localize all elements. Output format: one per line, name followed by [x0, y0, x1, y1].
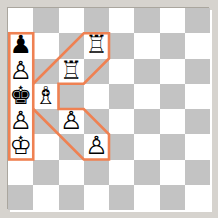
square-h5[interactable]: [185, 84, 210, 109]
square-h8[interactable]: [185, 8, 210, 33]
square-g5[interactable]: [160, 84, 185, 109]
square-c6[interactable]: ♖: [59, 59, 84, 84]
square-a2[interactable]: [8, 160, 33, 185]
square-a1[interactable]: [8, 185, 33, 210]
square-b4[interactable]: [33, 109, 58, 134]
square-g8[interactable]: [160, 8, 185, 33]
board-frame: ♟♖♙♖♚♗♙♙♔♙: [0, 0, 218, 218]
square-c1[interactable]: [59, 185, 84, 210]
square-f2[interactable]: [134, 160, 159, 185]
piece-white-king-a3[interactable]: ♔: [9, 134, 31, 158]
square-b8[interactable]: [33, 8, 58, 33]
square-a6[interactable]: ♙: [8, 59, 33, 84]
square-d3[interactable]: ♙: [84, 134, 109, 159]
square-c8[interactable]: [59, 8, 84, 33]
square-f1[interactable]: [134, 185, 159, 210]
square-a4[interactable]: ♙: [8, 109, 33, 134]
square-a8[interactable]: [8, 8, 33, 33]
square-h2[interactable]: [185, 160, 210, 185]
chess-board[interactable]: ♟♖♙♖♚♗♙♙♔♙: [8, 8, 210, 210]
square-e8[interactable]: [109, 8, 134, 33]
square-d5[interactable]: [84, 84, 109, 109]
square-d2[interactable]: [84, 160, 109, 185]
square-h1[interactable]: [185, 185, 210, 210]
piece-black-pawn-a7[interactable]: ♟: [9, 33, 31, 57]
square-c3[interactable]: [59, 134, 84, 159]
piece-white-rook-c6[interactable]: ♖: [60, 59, 82, 83]
square-e3[interactable]: [109, 134, 134, 159]
piece-white-pawn-a6[interactable]: ♙: [9, 59, 31, 83]
piece-white-pawn-c4[interactable]: ♙: [60, 109, 82, 133]
square-a3[interactable]: ♔: [8, 134, 33, 159]
square-f7[interactable]: [134, 33, 159, 58]
square-e7[interactable]: [109, 33, 134, 58]
square-f5[interactable]: [134, 84, 159, 109]
square-d6[interactable]: [84, 59, 109, 84]
square-d8[interactable]: [84, 8, 109, 33]
square-f8[interactable]: [134, 8, 159, 33]
square-b7[interactable]: [33, 33, 58, 58]
square-b3[interactable]: [33, 134, 58, 159]
square-c5[interactable]: [59, 84, 84, 109]
piece-white-pawn-d3[interactable]: ♙: [85, 134, 107, 158]
square-a5[interactable]: ♚: [8, 84, 33, 109]
square-c7[interactable]: [59, 33, 84, 58]
square-d4[interactable]: [84, 109, 109, 134]
square-a7[interactable]: ♟: [8, 33, 33, 58]
square-b1[interactable]: [33, 185, 58, 210]
square-e6[interactable]: [109, 59, 134, 84]
square-f4[interactable]: [134, 109, 159, 134]
square-g4[interactable]: [160, 109, 185, 134]
square-e5[interactable]: [109, 84, 134, 109]
piece-white-pawn-a4[interactable]: ♙: [9, 109, 31, 133]
square-g3[interactable]: [160, 134, 185, 159]
square-h7[interactable]: [185, 33, 210, 58]
square-f6[interactable]: [134, 59, 159, 84]
square-h6[interactable]: [185, 59, 210, 84]
square-h3[interactable]: [185, 134, 210, 159]
square-h4[interactable]: [185, 109, 210, 134]
board-area: ♟♖♙♖♚♗♙♙♔♙: [8, 8, 210, 210]
square-e2[interactable]: [109, 160, 134, 185]
square-e4[interactable]: [109, 109, 134, 134]
square-b6[interactable]: [33, 59, 58, 84]
piece-white-rook-d7[interactable]: ♖: [85, 33, 107, 57]
square-e1[interactable]: [109, 185, 134, 210]
square-c2[interactable]: [59, 160, 84, 185]
square-g2[interactable]: [160, 160, 185, 185]
square-d1[interactable]: [84, 185, 109, 210]
piece-white-bishop-b5[interactable]: ♗: [35, 84, 57, 108]
square-b5[interactable]: ♗: [33, 84, 58, 109]
square-g1[interactable]: [160, 185, 185, 210]
piece-black-king-a5[interactable]: ♚: [9, 84, 31, 108]
square-c4[interactable]: ♙: [59, 109, 84, 134]
square-b2[interactable]: [33, 160, 58, 185]
square-d7[interactable]: ♖: [84, 33, 109, 58]
square-g7[interactable]: [160, 33, 185, 58]
square-f3[interactable]: [134, 134, 159, 159]
square-g6[interactable]: [160, 59, 185, 84]
